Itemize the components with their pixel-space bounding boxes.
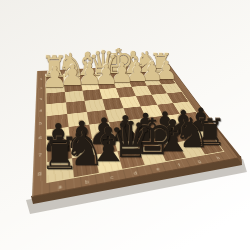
rank-label-3: 3 <box>37 93 44 105</box>
piece-black-rook[interactable]: ♜ <box>39 132 79 177</box>
photo-scene: abcdefgh 12345678 ♜♞♝♛♚♝♞♜♟♟♟♟♟♟♟♟♟♟♟♟♟♟… <box>0 0 250 250</box>
piece-white-pawn[interactable]: ♟ <box>42 63 68 92</box>
